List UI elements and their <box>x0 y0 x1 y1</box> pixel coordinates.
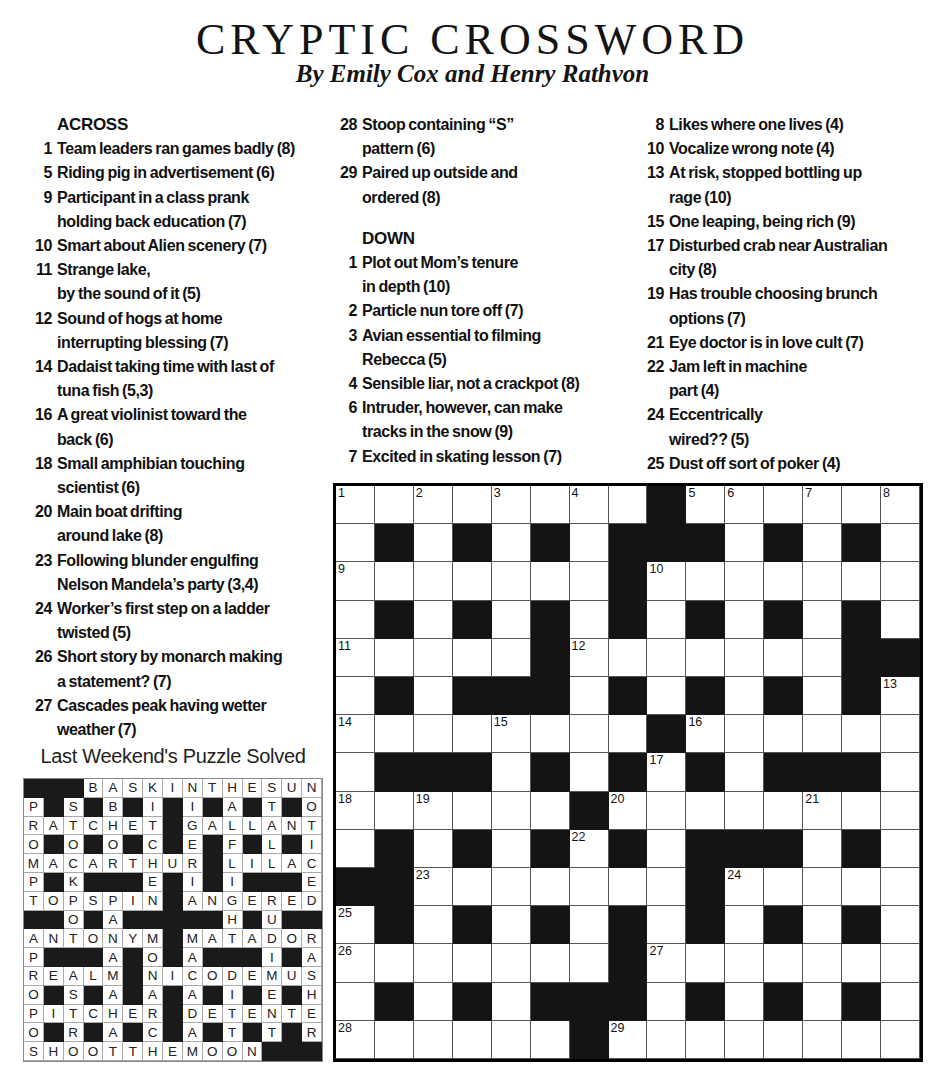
grid-cell-black <box>375 983 414 1021</box>
solved-cell-black <box>163 798 183 817</box>
clue-number: 10 <box>28 234 52 258</box>
clue: 26Short story by monarch making a statem… <box>28 645 318 693</box>
grid-cell[interactable] <box>686 639 725 677</box>
grid-cell[interactable] <box>609 868 648 906</box>
grid-cell[interactable] <box>725 601 764 639</box>
grid-cell[interactable] <box>725 639 764 677</box>
grid-cell[interactable] <box>764 1021 803 1059</box>
solved-cell: U <box>163 854 183 873</box>
grid-cell[interactable]: 28 <box>336 1021 375 1059</box>
grid-cell[interactable] <box>881 601 920 639</box>
grid-cell[interactable] <box>531 868 570 906</box>
clue-text: At risk, stopped bottling up rage (10) <box>669 161 943 209</box>
solved-cell: Y <box>123 929 143 948</box>
grid-cell-black <box>842 906 881 944</box>
last-weekend-heading: Last Weekend's Puzzle Solved <box>23 745 323 768</box>
grid-cell[interactable] <box>725 792 764 830</box>
grid-cell[interactable] <box>609 639 648 677</box>
grid-cell[interactable] <box>453 792 492 830</box>
grid-cell[interactable]: 4 <box>570 486 609 524</box>
grid-cell[interactable]: 23 <box>414 868 453 906</box>
solved-cell: R <box>302 929 322 948</box>
cell-number: 1 <box>338 486 345 500</box>
grid-cell[interactable] <box>414 524 453 562</box>
grid-cell[interactable]: 25 <box>336 906 375 944</box>
solved-cell: N <box>143 967 163 986</box>
solved-cell-black <box>203 911 223 930</box>
grid-cell[interactable] <box>647 639 686 677</box>
grid-cell[interactable]: 27 <box>647 944 686 982</box>
grid-cell[interactable] <box>492 1021 531 1059</box>
grid-cell-black <box>453 677 492 715</box>
grid-cell[interactable]: 29 <box>609 1021 648 1059</box>
grid-cell[interactable] <box>492 601 531 639</box>
grid-cell[interactable] <box>492 753 531 791</box>
clue-number: 12 <box>28 307 52 355</box>
grid-cell[interactable] <box>336 601 375 639</box>
grid-cell[interactable]: 26 <box>336 944 375 982</box>
grid-cell[interactable]: 13 <box>881 677 920 715</box>
solved-cell: E <box>243 967 263 986</box>
solved-cell-black <box>44 1023 64 1042</box>
grid-cell-black <box>686 524 725 562</box>
grid-cell[interactable] <box>842 486 881 524</box>
grid-cell[interactable]: 1 <box>336 486 375 524</box>
grid-cell[interactable] <box>492 562 531 600</box>
solved-cell: P <box>24 798 44 817</box>
solved-cell: S <box>84 892 104 911</box>
grid-cell[interactable] <box>492 639 531 677</box>
clue-number: 13 <box>640 161 664 209</box>
solved-cell: K <box>143 779 163 798</box>
grid-cell[interactable] <box>803 601 842 639</box>
grid-cell[interactable] <box>725 753 764 791</box>
solved-cell: C <box>143 835 163 854</box>
grid-cell[interactable]: 11 <box>336 639 375 677</box>
grid-cell-black <box>609 830 648 868</box>
solved-cell: A <box>203 929 223 948</box>
grid-cell[interactable]: 7 <box>803 486 842 524</box>
cell-number: 26 <box>338 944 352 958</box>
grid-cell[interactable]: 24 <box>725 868 764 906</box>
grid-cell[interactable] <box>492 868 531 906</box>
clue-text: Team leaders ran games badly (8) <box>57 137 318 161</box>
grid-cell[interactable] <box>803 677 842 715</box>
grid-cell-black <box>375 524 414 562</box>
clue-number: 11 <box>28 258 52 306</box>
clue-text: Plot out Mom’s tenure in depth (10) <box>362 251 633 299</box>
solved-cell: N <box>183 779 203 798</box>
grid-cell[interactable] <box>414 1021 453 1059</box>
solved-cell: H <box>223 911 243 930</box>
grid-cell[interactable] <box>881 524 920 562</box>
across-header: ACROSS <box>28 113 318 137</box>
grid-cell[interactable] <box>881 792 920 830</box>
clue: 27Cascades peak having wetter weather (7… <box>28 694 318 742</box>
solved-cell: E <box>123 817 143 836</box>
grid-cell[interactable] <box>647 830 686 868</box>
grid-cell[interactable] <box>647 1021 686 1059</box>
solved-cell: E <box>44 967 64 986</box>
grid-cell[interactable] <box>803 868 842 906</box>
grid-cell[interactable] <box>453 868 492 906</box>
grid-cell[interactable] <box>881 830 920 868</box>
grid-cell[interactable] <box>842 868 881 906</box>
grid-cell[interactable] <box>803 524 842 562</box>
solved-cell: R <box>262 892 282 911</box>
grid-cell[interactable] <box>492 830 531 868</box>
solved-cell-black <box>243 873 263 892</box>
grid-cell[interactable] <box>414 601 453 639</box>
solved-cell: T <box>103 1042 123 1061</box>
grid-cell[interactable] <box>375 486 414 524</box>
clue-number: 21 <box>640 331 664 355</box>
solved-cell: A <box>103 986 123 1005</box>
solved-cell: L <box>262 835 282 854</box>
grid-cell[interactable] <box>414 562 453 600</box>
solved-cell: E <box>243 1005 263 1024</box>
solved-cell-black <box>84 948 104 967</box>
grid-cell[interactable] <box>764 715 803 753</box>
grid-cell[interactable] <box>492 906 531 944</box>
grid-cell[interactable] <box>609 715 648 753</box>
grid-cell[interactable] <box>881 715 920 753</box>
clue: 25Dust off sort of poker (4) <box>640 452 943 476</box>
grid-cell-black <box>531 677 570 715</box>
grid-cell[interactable] <box>647 983 686 1021</box>
grid-cell[interactable] <box>336 753 375 791</box>
clue-text: Smart about Alien scenery (7) <box>57 234 318 258</box>
solved-cell: S <box>123 779 143 798</box>
solved-cell: S <box>302 967 322 986</box>
grid-cell[interactable] <box>647 601 686 639</box>
clue-number: 1 <box>333 251 357 299</box>
grid-cell[interactable] <box>609 486 648 524</box>
grid-cell[interactable] <box>336 677 375 715</box>
solved-cell: N <box>282 817 302 836</box>
solved-cell: A <box>243 929 263 948</box>
grid-cell[interactable] <box>570 868 609 906</box>
grid-cell[interactable] <box>764 486 803 524</box>
grid-cell[interactable] <box>686 792 725 830</box>
cell-number: 11 <box>338 639 351 653</box>
grid-cell-black <box>842 601 881 639</box>
grid-cell[interactable] <box>803 906 842 944</box>
grid-cell[interactable] <box>570 677 609 715</box>
grid-cell[interactable] <box>570 524 609 562</box>
grid-cell[interactable] <box>375 792 414 830</box>
solved-cell: O <box>143 948 163 967</box>
cell-number: 10 <box>649 562 663 576</box>
grid-cell[interactable] <box>725 524 764 562</box>
solved-cell: I <box>302 835 322 854</box>
grid-cell-black <box>764 830 803 868</box>
grid-cell[interactable] <box>570 601 609 639</box>
grid-cell[interactable] <box>375 715 414 753</box>
grid-cell[interactable] <box>842 562 881 600</box>
grid-cell[interactable] <box>414 715 453 753</box>
grid-cell[interactable] <box>414 944 453 982</box>
grid-cell[interactable] <box>375 944 414 982</box>
grid-cell[interactable]: 19 <box>414 792 453 830</box>
grid-cell-black <box>570 1021 609 1059</box>
clue-number: 2 <box>333 299 357 323</box>
grid-cell[interactable] <box>842 792 881 830</box>
grid-cell[interactable] <box>531 486 570 524</box>
solved-cell-black <box>123 967 143 986</box>
grid-cell[interactable] <box>686 1021 725 1059</box>
solved-cell: T <box>64 817 84 836</box>
grid-cell[interactable] <box>764 562 803 600</box>
grid-cell[interactable] <box>803 983 842 1021</box>
grid-cell[interactable] <box>414 639 453 677</box>
grid-cell[interactable] <box>531 944 570 982</box>
clue: 24Eccentrically wired?? (5) <box>640 403 943 451</box>
clue-text: Strange lake, by the sound of it (5) <box>57 258 318 306</box>
grid-cell-black <box>686 753 725 791</box>
solved-cell: D <box>302 892 322 911</box>
solved-cell: O <box>282 929 302 948</box>
solved-cell: G <box>183 817 203 836</box>
grid-cell[interactable] <box>647 906 686 944</box>
grid-cell[interactable] <box>725 906 764 944</box>
solved-cell: T <box>24 892 44 911</box>
grid-cell[interactable] <box>570 906 609 944</box>
cell-number: 6 <box>727 486 734 500</box>
solved-cell: C <box>302 854 322 873</box>
grid-cell[interactable] <box>725 715 764 753</box>
grid-cell[interactable] <box>842 944 881 982</box>
solved-cell-black <box>84 911 104 930</box>
down-clue-list-continued: 8Likes where one lives (4)10Vocalize wro… <box>640 113 943 476</box>
grid-cell[interactable] <box>725 1021 764 1059</box>
solved-cell: A <box>24 929 44 948</box>
clue: 19Has trouble choosing brunch options (7… <box>640 282 943 330</box>
grid-cell[interactable] <box>803 715 842 753</box>
solved-cell: I <box>223 986 243 1005</box>
solved-cell-black <box>123 835 143 854</box>
solved-cell: P <box>24 948 44 967</box>
grid-cell[interactable] <box>686 562 725 600</box>
grid-cell-black <box>842 983 881 1021</box>
grid-cell[interactable] <box>414 830 453 868</box>
clue-number: 19 <box>640 282 664 330</box>
grid-cell[interactable] <box>803 944 842 982</box>
grid-cell[interactable] <box>686 944 725 982</box>
solved-cell: L <box>84 967 104 986</box>
solved-cell-black <box>64 948 84 967</box>
solved-cell: H <box>302 986 322 1005</box>
grid-cell-black <box>375 868 414 906</box>
solved-cell: A <box>203 817 223 836</box>
grid-cell[interactable] <box>570 715 609 753</box>
cell-number: 19 <box>416 792 430 806</box>
solved-cell: L <box>243 817 263 836</box>
grid-cell[interactable] <box>725 944 764 982</box>
grid-cell-black <box>647 524 686 562</box>
grid-cell[interactable]: 21 <box>803 792 842 830</box>
grid-cell-black <box>764 753 803 791</box>
grid-cell[interactable]: 22 <box>570 830 609 868</box>
solved-cell: N <box>44 929 64 948</box>
grid-cell[interactable] <box>881 562 920 600</box>
grid-cell[interactable] <box>764 944 803 982</box>
solved-cell: R <box>302 1023 322 1042</box>
grid-cell[interactable] <box>881 1021 920 1059</box>
grid-cell[interactable] <box>725 983 764 1021</box>
grid-cell[interactable] <box>803 562 842 600</box>
solved-cell: G <box>223 892 243 911</box>
down-clue-list: 1Plot out Mom’s tenure in depth (10)2Par… <box>333 251 633 469</box>
grid-cell[interactable] <box>375 1021 414 1059</box>
clue: 21Eye doctor is in love cult (7) <box>640 331 943 355</box>
grid-cell[interactable]: 9 <box>336 562 375 600</box>
cell-number: 25 <box>338 906 352 920</box>
grid-cell[interactable] <box>803 830 842 868</box>
solved-cell-black <box>84 873 104 892</box>
grid-cell[interactable] <box>414 906 453 944</box>
grid-cell[interactable]: 6 <box>725 486 764 524</box>
grid-cell[interactable] <box>842 715 881 753</box>
solved-cell-black <box>44 798 64 817</box>
cell-number: 2 <box>416 486 423 500</box>
grid-cell[interactable]: 17 <box>647 753 686 791</box>
grid-cell-black <box>686 868 725 906</box>
solved-cell: I <box>262 948 282 967</box>
grid-cell[interactable] <box>375 639 414 677</box>
solved-cell: D <box>262 929 282 948</box>
grid-cell[interactable] <box>570 944 609 982</box>
solved-cell-black <box>163 892 183 911</box>
grid-cell[interactable] <box>764 868 803 906</box>
solved-cell: T <box>143 817 163 836</box>
grid-cell[interactable]: 14 <box>336 715 375 753</box>
grid-cell[interactable] <box>725 677 764 715</box>
solved-cell-black <box>24 779 44 798</box>
solved-cell: O <box>84 929 104 948</box>
grid-cell[interactable] <box>531 1021 570 1059</box>
solved-cell: T <box>123 1042 143 1061</box>
grid-cell[interactable]: 8 <box>881 486 920 524</box>
grid-cell[interactable] <box>570 753 609 791</box>
solved-cell: O <box>223 1042 243 1061</box>
clue-column-3: 8Likes where one lives (4)10Vocalize wro… <box>640 113 943 476</box>
grid-cell[interactable]: 18 <box>336 792 375 830</box>
grid-cell[interactable]: 3 <box>492 486 531 524</box>
solved-cell: I <box>44 1005 64 1024</box>
grid-cell[interactable] <box>492 983 531 1021</box>
grid-cell[interactable]: 5 <box>686 486 725 524</box>
solved-cell-black <box>44 873 64 892</box>
grid-cell[interactable] <box>531 562 570 600</box>
solved-cell: C <box>84 1005 104 1024</box>
grid-cell[interactable]: 2 <box>414 486 453 524</box>
grid-cell[interactable] <box>414 677 453 715</box>
grid-cell[interactable]: 10 <box>647 562 686 600</box>
grid-cell[interactable] <box>453 486 492 524</box>
grid-cell[interactable] <box>492 792 531 830</box>
solved-cell: P <box>103 892 123 911</box>
cell-number: 14 <box>338 715 352 729</box>
clue-column-1: ACROSS 1Team leaders ran games badly (8)… <box>28 113 318 742</box>
grid-cell[interactable] <box>647 677 686 715</box>
grid-cell[interactable] <box>453 1021 492 1059</box>
grid-cell[interactable] <box>492 524 531 562</box>
clue-text: Worker’s first step on a ladder twisted … <box>57 597 318 645</box>
grid-cell[interactable] <box>764 639 803 677</box>
grid-cell-black <box>686 983 725 1021</box>
grid-cell[interactable] <box>453 944 492 982</box>
solved-cell: B <box>84 779 104 798</box>
solved-cell: I <box>183 873 203 892</box>
clue-text: Dust off sort of poker (4) <box>669 452 943 476</box>
grid-cell[interactable] <box>803 1021 842 1059</box>
grid-cell-black <box>647 486 686 524</box>
grid-cell[interactable] <box>881 983 920 1021</box>
grid-cell-black <box>686 677 725 715</box>
grid-cell[interactable]: 15 <box>492 715 531 753</box>
grid-cell[interactable] <box>375 562 414 600</box>
solved-cell: E <box>143 873 163 892</box>
grid-cell[interactable] <box>336 830 375 868</box>
clue-column-2: 28Stoop containing “S” pattern (6)29Pair… <box>333 113 633 469</box>
grid-cell[interactable] <box>570 562 609 600</box>
solved-cell: A <box>282 854 302 873</box>
solved-cell: M <box>183 929 203 948</box>
solved-cell-black <box>44 986 64 1005</box>
cell-number: 17 <box>649 753 663 767</box>
grid-cell[interactable] <box>842 1021 881 1059</box>
grid-cell[interactable] <box>492 944 531 982</box>
grid-cell[interactable] <box>764 792 803 830</box>
grid-cell[interactable] <box>531 792 570 830</box>
solved-cell: E <box>302 1005 322 1024</box>
grid-cell[interactable] <box>531 715 570 753</box>
grid-cell[interactable]: 12 <box>570 639 609 677</box>
clue-number: 28 <box>333 113 357 161</box>
grid-cell[interactable] <box>336 524 375 562</box>
grid-cell[interactable] <box>725 562 764 600</box>
grid-cell[interactable] <box>414 983 453 1021</box>
grid-cell[interactable] <box>881 944 920 982</box>
grid-cell[interactable] <box>453 562 492 600</box>
grid-cell-black <box>803 753 842 791</box>
solved-cell: E <box>203 1005 223 1024</box>
grid-cell[interactable]: 16 <box>686 715 725 753</box>
grid-cell[interactable] <box>803 639 842 677</box>
cell-number: 8 <box>883 486 890 500</box>
clue: 14Dadaist taking time with last of tuna … <box>28 355 318 403</box>
grid-cell[interactable]: 20 <box>609 792 648 830</box>
grid-cell[interactable] <box>881 753 920 791</box>
solved-cell: A <box>302 948 322 967</box>
grid-cell-black <box>609 524 648 562</box>
solved-cell: I <box>183 798 203 817</box>
cell-number: 7 <box>805 486 812 500</box>
grid-cell[interactable] <box>881 906 920 944</box>
grid-cell[interactable] <box>453 715 492 753</box>
solved-cell: C <box>183 967 203 986</box>
grid-cell[interactable] <box>881 868 920 906</box>
cell-number: 4 <box>572 486 579 500</box>
grid-cell[interactable] <box>647 868 686 906</box>
solved-cell: P <box>64 892 84 911</box>
solved-cell: A <box>44 854 64 873</box>
grid-cell[interactable] <box>336 983 375 1021</box>
solved-cell: L <box>223 817 243 836</box>
grid-cell[interactable] <box>647 792 686 830</box>
grid-cell[interactable] <box>453 639 492 677</box>
